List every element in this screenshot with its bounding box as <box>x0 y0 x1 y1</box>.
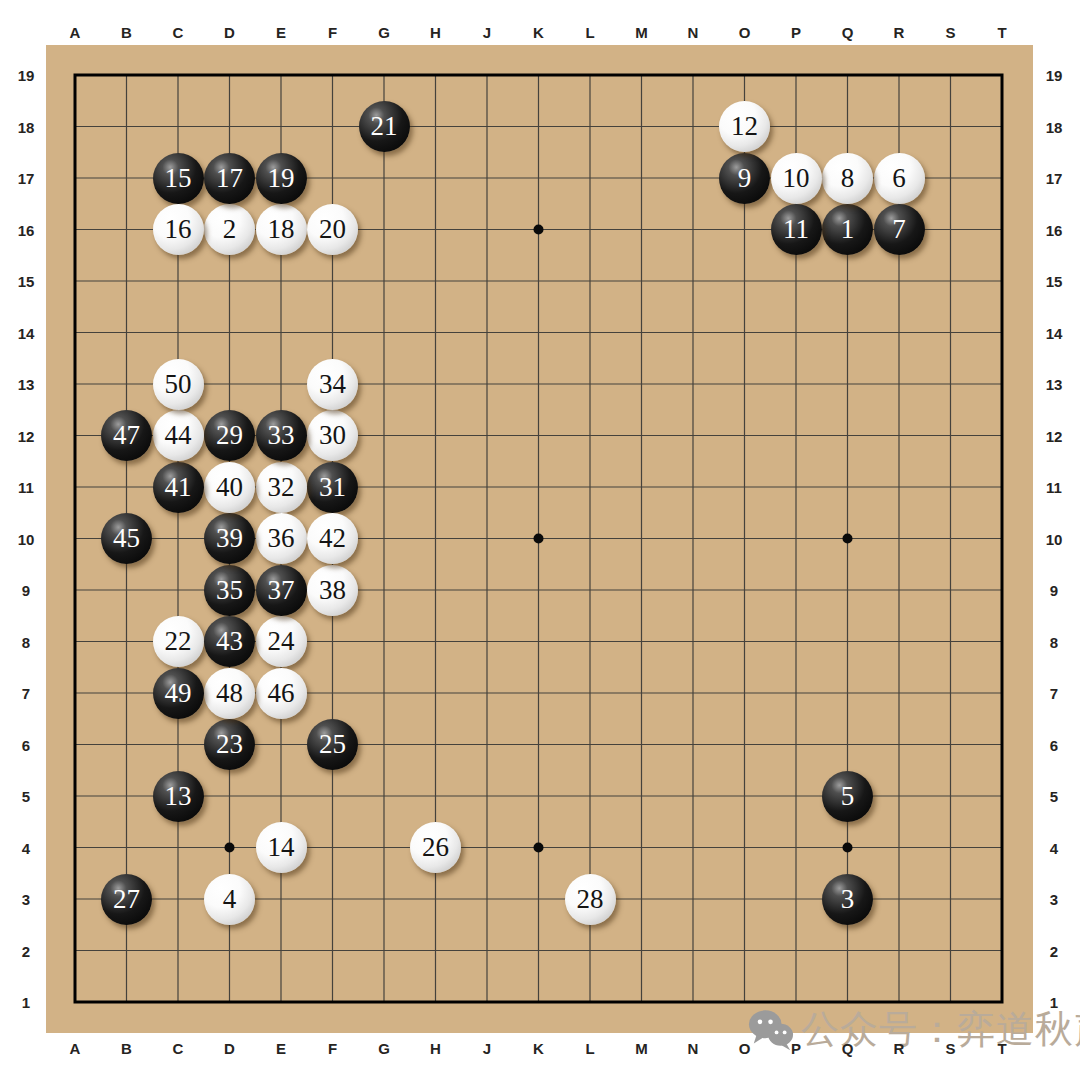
stone-number: 9 <box>738 163 752 194</box>
coord-label-bottom-J: J <box>483 1041 491 1056</box>
stone-number: 15 <box>165 163 192 194</box>
stone-black-9-O17: 9 <box>719 153 770 204</box>
coord-label-right-6: 6 <box>1050 737 1058 752</box>
coord-label-bottom-H: H <box>430 1041 441 1056</box>
coord-label-top-M: M <box>635 25 648 40</box>
coord-label-top-J: J <box>483 25 491 40</box>
stone-number: 32 <box>268 472 295 503</box>
stone-number: 7 <box>892 214 906 245</box>
coord-label-bottom-N: N <box>688 1041 699 1056</box>
coord-label-left-19: 19 <box>18 68 35 83</box>
stone-black-49-C7: 49 <box>153 668 204 719</box>
stone-white-48-D7: 48 <box>204 668 255 719</box>
stone-white-50-C13: 50 <box>153 359 204 410</box>
coord-label-left-1: 1 <box>22 995 30 1010</box>
stone-white-10-P17: 10 <box>771 153 822 204</box>
stone-white-42-F10: 42 <box>307 513 358 564</box>
stone-number: 8 <box>841 163 855 194</box>
star-point-K10 <box>534 534 544 544</box>
coord-label-top-E: E <box>276 25 286 40</box>
stone-number: 19 <box>268 163 295 194</box>
stone-number: 48 <box>216 678 243 709</box>
stone-white-8-Q17: 8 <box>822 153 873 204</box>
star-point-D4 <box>225 843 235 853</box>
stone-number: 47 <box>113 420 140 451</box>
coord-label-top-T: T <box>997 25 1006 40</box>
stone-black-41-C11: 41 <box>153 462 204 513</box>
coord-label-right-14: 14 <box>1046 325 1063 340</box>
coord-label-bottom-E: E <box>276 1041 286 1056</box>
stone-number: 4 <box>223 884 237 915</box>
stone-white-24-E8: 24 <box>256 616 307 667</box>
stone-number: 35 <box>216 575 243 606</box>
coord-label-left-9: 9 <box>22 583 30 598</box>
coord-label-bottom-M: M <box>635 1041 648 1056</box>
stone-white-18-E16: 18 <box>256 204 307 255</box>
coord-label-right-16: 16 <box>1046 222 1063 237</box>
stone-white-40-D11: 40 <box>204 462 255 513</box>
stone-number: 36 <box>268 523 295 554</box>
stone-black-37-E9: 37 <box>256 565 307 616</box>
stone-number: 18 <box>268 214 295 245</box>
stone-number: 46 <box>268 678 295 709</box>
stone-black-5-Q5: 5 <box>822 771 873 822</box>
stone-number: 37 <box>268 575 295 606</box>
stone-number: 30 <box>319 420 346 451</box>
stone-white-38-F9: 38 <box>307 565 358 616</box>
stone-number: 29 <box>216 420 243 451</box>
stone-white-22-C8: 22 <box>153 616 204 667</box>
coord-label-right-5: 5 <box>1050 789 1058 804</box>
coord-label-top-Q: Q <box>842 25 854 40</box>
coord-label-right-4: 4 <box>1050 840 1058 855</box>
stone-number: 11 <box>783 214 809 245</box>
coord-label-top-N: N <box>688 25 699 40</box>
stone-number: 16 <box>165 214 192 245</box>
stone-black-17-D17: 17 <box>204 153 255 204</box>
stone-number: 1 <box>841 214 855 245</box>
coord-label-left-5: 5 <box>22 789 30 804</box>
coord-label-bottom-P: P <box>791 1041 801 1056</box>
coord-label-right-10: 10 <box>1046 531 1063 546</box>
coord-label-top-D: D <box>224 25 235 40</box>
stone-number: 39 <box>216 523 243 554</box>
stone-white-30-F12: 30 <box>307 410 358 461</box>
stone-number: 3 <box>841 884 855 915</box>
stone-black-47-B12: 47 <box>101 410 152 461</box>
stone-number: 40 <box>216 472 243 503</box>
stone-number: 28 <box>577 884 604 915</box>
wechat-icon <box>748 1008 794 1052</box>
stone-white-34-F13: 34 <box>307 359 358 410</box>
stone-white-32-E11: 32 <box>256 462 307 513</box>
stone-number: 34 <box>319 369 346 400</box>
coord-label-top-K: K <box>533 25 544 40</box>
stone-black-11-P16: 11 <box>771 204 822 255</box>
coord-label-left-7: 7 <box>22 686 30 701</box>
coord-label-bottom-Q: Q <box>842 1041 854 1056</box>
coord-label-left-15: 15 <box>18 274 35 289</box>
coord-label-top-F: F <box>328 25 337 40</box>
stone-white-20-F16: 20 <box>307 204 358 255</box>
stone-black-23-D6: 23 <box>204 719 255 770</box>
stone-black-21-G18: 21 <box>359 101 410 152</box>
stone-number: 21 <box>371 111 398 142</box>
coord-label-right-15: 15 <box>1046 274 1063 289</box>
coord-label-top-B: B <box>121 25 132 40</box>
coord-label-bottom-A: A <box>70 1041 81 1056</box>
coord-label-top-R: R <box>894 25 905 40</box>
coord-label-top-L: L <box>585 25 594 40</box>
stone-white-28-L3: 28 <box>565 874 616 925</box>
coord-label-right-9: 9 <box>1050 583 1058 598</box>
stone-number: 33 <box>268 420 295 451</box>
coord-label-bottom-T: T <box>997 1041 1006 1056</box>
coord-label-right-19: 19 <box>1046 68 1063 83</box>
coord-label-bottom-L: L <box>585 1041 594 1056</box>
coord-label-right-1: 1 <box>1050 995 1058 1010</box>
stone-number: 50 <box>165 369 192 400</box>
stone-black-39-D10: 39 <box>204 513 255 564</box>
coord-label-bottom-D: D <box>224 1041 235 1056</box>
coord-label-right-3: 3 <box>1050 892 1058 907</box>
stone-white-12-O18: 12 <box>719 101 770 152</box>
star-point-Q10 <box>843 534 853 544</box>
coord-label-top-A: A <box>70 25 81 40</box>
coord-label-left-16: 16 <box>18 222 35 237</box>
stone-number: 25 <box>319 729 346 760</box>
stone-black-25-F6: 25 <box>307 719 358 770</box>
coord-label-right-17: 17 <box>1046 171 1063 186</box>
coord-label-bottom-B: B <box>121 1041 132 1056</box>
coord-label-top-S: S <box>945 25 955 40</box>
stone-number: 14 <box>268 832 295 863</box>
stone-black-7-R16: 7 <box>874 204 925 255</box>
coord-label-top-P: P <box>791 25 801 40</box>
coord-label-left-18: 18 <box>18 119 35 134</box>
stone-white-36-E10: 36 <box>256 513 307 564</box>
stone-black-3-Q3: 3 <box>822 874 873 925</box>
coord-label-left-8: 8 <box>22 634 30 649</box>
stone-number: 22 <box>165 626 192 657</box>
coord-label-left-13: 13 <box>18 377 35 392</box>
coord-label-left-11: 11 <box>18 480 34 495</box>
star-point-Q4 <box>843 843 853 853</box>
stone-white-26-H4: 26 <box>410 822 461 873</box>
coord-label-left-4: 4 <box>22 840 30 855</box>
coord-label-left-17: 17 <box>18 171 35 186</box>
coord-label-bottom-R: R <box>894 1041 905 1056</box>
coord-label-left-3: 3 <box>22 892 30 907</box>
coord-label-left-10: 10 <box>18 531 35 546</box>
stone-number: 5 <box>841 781 855 812</box>
coord-label-right-2: 2 <box>1050 943 1058 958</box>
stone-white-2-D16: 2 <box>204 204 255 255</box>
stone-black-15-C17: 15 <box>153 153 204 204</box>
stone-white-16-C16: 16 <box>153 204 204 255</box>
stone-black-27-B3: 27 <box>101 874 152 925</box>
stone-number: 42 <box>319 523 346 554</box>
stone-black-13-C5: 13 <box>153 771 204 822</box>
stone-number: 20 <box>319 214 346 245</box>
coord-label-right-18: 18 <box>1046 119 1063 134</box>
coord-label-bottom-G: G <box>378 1041 390 1056</box>
stone-number: 43 <box>216 626 243 657</box>
coord-label-left-6: 6 <box>22 737 30 752</box>
stone-number: 2 <box>223 214 237 245</box>
coord-label-bottom-F: F <box>328 1041 337 1056</box>
coord-label-top-H: H <box>430 25 441 40</box>
stone-black-33-E12: 33 <box>256 410 307 461</box>
stone-number: 23 <box>216 729 243 760</box>
stone-white-4-D3: 4 <box>204 874 255 925</box>
stone-number: 17 <box>216 163 243 194</box>
coord-label-bottom-C: C <box>173 1041 184 1056</box>
stone-black-1-Q16: 1 <box>822 204 873 255</box>
stone-black-35-D9: 35 <box>204 565 255 616</box>
stone-white-6-R17: 6 <box>874 153 925 204</box>
star-point-K4 <box>534 843 544 853</box>
stone-number: 26 <box>422 832 449 863</box>
coord-label-right-12: 12 <box>1046 428 1063 443</box>
stone-number: 13 <box>165 781 192 812</box>
coord-label-right-7: 7 <box>1050 686 1058 701</box>
coord-label-top-O: O <box>739 25 751 40</box>
stone-white-14-E4: 14 <box>256 822 307 873</box>
go-diagram-page: AABBCCDDEEFFGGHHJJKKLLMMNNOOPPQQRRSSTT19… <box>0 0 1080 1080</box>
star-point-K16 <box>534 225 544 235</box>
stone-number: 49 <box>165 678 192 709</box>
coord-label-bottom-K: K <box>533 1041 544 1056</box>
coord-label-left-2: 2 <box>22 943 30 958</box>
stone-white-44-C12: 44 <box>153 410 204 461</box>
stone-white-46-E7: 46 <box>256 668 307 719</box>
stone-number: 10 <box>783 163 810 194</box>
coord-label-right-11: 11 <box>1046 480 1062 495</box>
stone-number: 41 <box>165 472 192 503</box>
stone-black-43-D8: 43 <box>204 616 255 667</box>
stone-number: 31 <box>319 472 346 503</box>
stone-black-45-B10: 45 <box>101 513 152 564</box>
coord-label-left-14: 14 <box>18 325 35 340</box>
coord-label-top-G: G <box>378 25 390 40</box>
stone-number: 27 <box>113 884 140 915</box>
stone-black-29-D12: 29 <box>204 410 255 461</box>
stone-number: 6 <box>892 163 906 194</box>
stone-number: 45 <box>113 523 140 554</box>
coord-label-bottom-S: S <box>945 1041 955 1056</box>
stone-number: 38 <box>319 575 346 606</box>
coord-label-right-8: 8 <box>1050 634 1058 649</box>
stone-black-31-F11: 31 <box>307 462 358 513</box>
stone-black-19-E17: 19 <box>256 153 307 204</box>
stone-number: 24 <box>268 626 295 657</box>
stone-number: 12 <box>731 111 758 142</box>
coord-label-top-C: C <box>173 25 184 40</box>
stone-number: 44 <box>165 420 192 451</box>
coord-label-bottom-O: O <box>739 1041 751 1056</box>
coord-label-right-13: 13 <box>1046 377 1063 392</box>
coord-label-left-12: 12 <box>18 428 35 443</box>
